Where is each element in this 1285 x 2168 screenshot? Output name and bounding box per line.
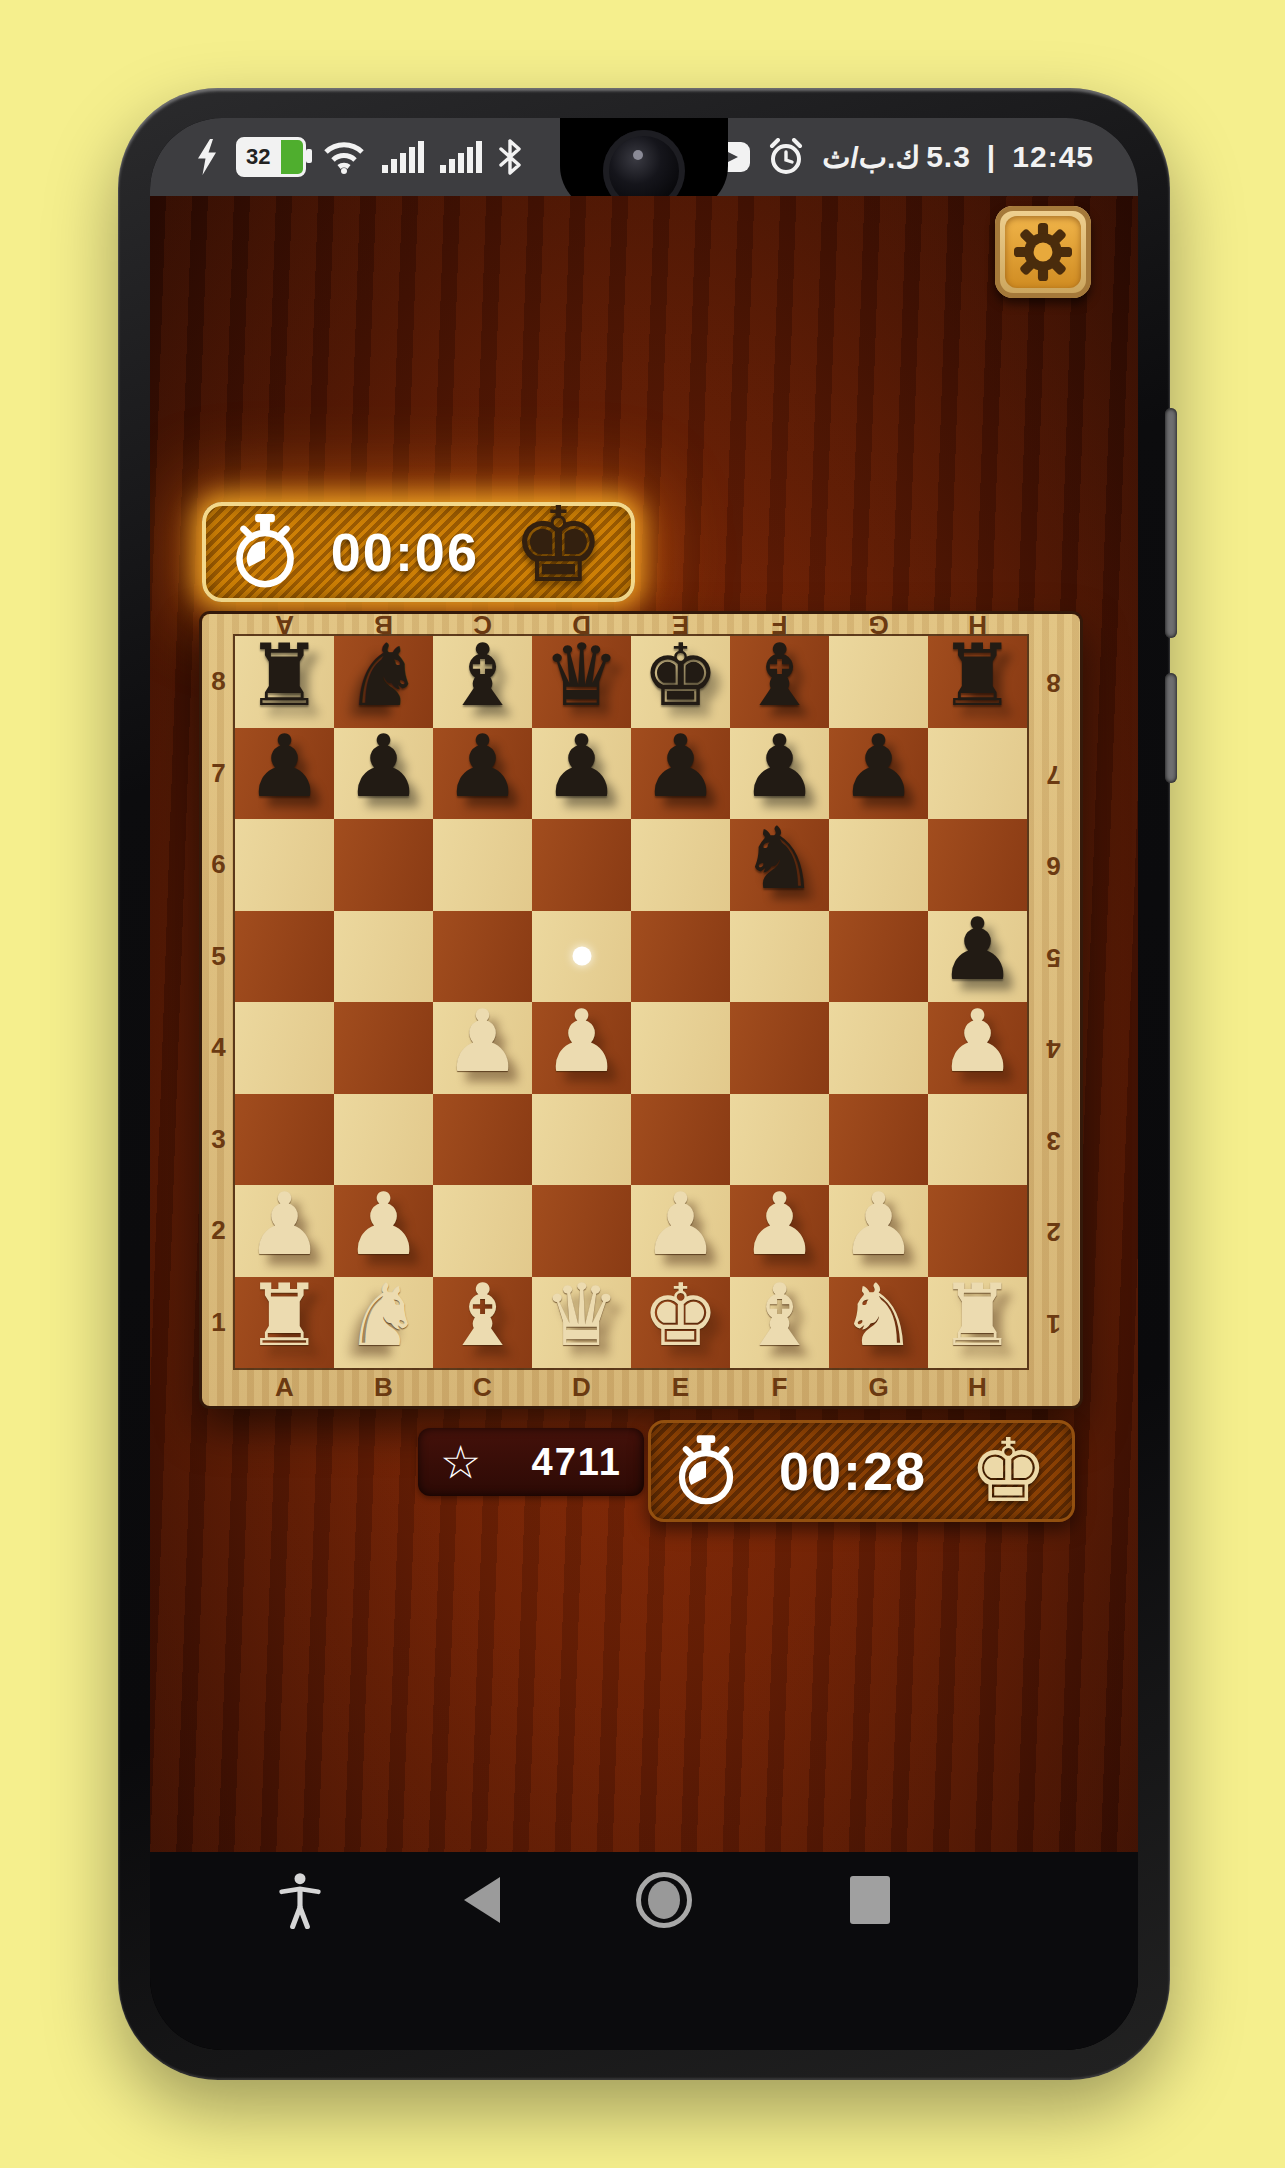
file-label-top-b: B	[334, 614, 433, 636]
rank-label-5: 5	[202, 911, 235, 1003]
board-files-bottom: ABCDEFGH	[235, 1368, 1027, 1406]
black-pawn: ♟	[433, 723, 532, 809]
phone-screen: 32	[150, 118, 1138, 2050]
white-rook: ♜	[928, 1272, 1027, 1358]
rank-label-right-3: 3	[1027, 1094, 1080, 1186]
white-pawn: ♟	[433, 998, 532, 1084]
square-c8[interactable]: ♝	[433, 636, 532, 728]
square-a8[interactable]: ♜	[235, 636, 334, 728]
square-b6[interactable]	[334, 819, 433, 911]
square-h8[interactable]: ♜	[928, 636, 1027, 728]
signal-sim2-icon	[440, 141, 482, 173]
file-label-d: D	[532, 1368, 631, 1406]
square-e2[interactable]: ♟	[631, 1185, 730, 1277]
move-hint-dot	[572, 947, 591, 966]
square-e7[interactable]: ♟	[631, 728, 730, 820]
black-pawn: ♟	[829, 723, 928, 809]
white-knight: ♞	[829, 1272, 928, 1358]
square-c2[interactable]	[433, 1185, 532, 1277]
player-clock-time: 00:28	[779, 1440, 927, 1502]
rank-label-right-1: 1	[1027, 1277, 1080, 1369]
rank-label-6: 6	[202, 819, 235, 911]
star-icon: ☆	[440, 1439, 481, 1485]
square-f2[interactable]: ♟	[730, 1185, 829, 1277]
android-nav-bar	[150, 1852, 1138, 2050]
square-c6[interactable]	[433, 819, 532, 911]
rank-label-right-5: 5	[1027, 911, 1080, 1003]
board-files-top: ABCDEFGH	[235, 614, 1027, 636]
file-label-h: H	[928, 1368, 1027, 1406]
file-label-f: F	[730, 1368, 829, 1406]
file-label-top-f: F	[730, 614, 829, 636]
status-time: 12:45	[1012, 140, 1094, 174]
white-pawn: ♟	[235, 1181, 334, 1267]
square-a7[interactable]: ♟	[235, 728, 334, 820]
file-label-top-g: G	[829, 614, 928, 636]
file-label-top-e: E	[631, 614, 730, 636]
square-c4[interactable]: ♟	[433, 1002, 532, 1094]
square-d1[interactable]: ♛	[532, 1277, 631, 1369]
square-a3[interactable]	[235, 1094, 334, 1186]
stopwatch-icon	[675, 1435, 737, 1507]
square-h4[interactable]: ♟	[928, 1002, 1027, 1094]
file-label-top-d: D	[532, 614, 631, 636]
stopwatch-icon	[232, 514, 298, 590]
square-h2[interactable]	[928, 1185, 1027, 1277]
network-speed-value: 5.3	[926, 140, 971, 174]
square-b2[interactable]: ♟	[334, 1185, 433, 1277]
rank-label-8: 8	[202, 636, 235, 728]
square-b8[interactable]: ♞	[334, 636, 433, 728]
rank-label-2: 2	[202, 1185, 235, 1277]
square-c7[interactable]: ♟	[433, 728, 532, 820]
square-h1[interactable]: ♜	[928, 1277, 1027, 1369]
file-label-e: E	[631, 1368, 730, 1406]
network-speed-label: ك.ب/ث	[822, 140, 920, 175]
battery-level-fill	[281, 140, 303, 174]
square-e3[interactable]	[631, 1094, 730, 1186]
file-label-top-h: H	[928, 614, 1027, 636]
white-bishop: ♝	[730, 1272, 829, 1358]
rank-label-right-6: 6	[1027, 819, 1080, 911]
white-king-badge-icon: ♚	[969, 1427, 1048, 1515]
black-bishop: ♝	[433, 632, 532, 718]
square-e1[interactable]: ♚	[631, 1277, 730, 1369]
square-a5[interactable]	[235, 911, 334, 1003]
square-a2[interactable]: ♟	[235, 1185, 334, 1277]
accessibility-button[interactable]	[268, 1852, 332, 1948]
square-a6[interactable]	[235, 819, 334, 911]
white-king: ♚	[631, 1272, 730, 1358]
square-f8[interactable]: ♝	[730, 636, 829, 728]
score-value: 4711	[532, 1441, 622, 1484]
square-h6[interactable]	[928, 819, 1027, 911]
rank-label-right-2: 2	[1027, 1185, 1080, 1277]
white-pawn: ♟	[334, 1181, 433, 1267]
square-f3[interactable]	[730, 1094, 829, 1186]
file-label-top-c: C	[433, 614, 532, 636]
black-knight: ♞	[730, 815, 829, 901]
square-e8[interactable]: ♚	[631, 636, 730, 728]
square-d3[interactable]	[532, 1094, 631, 1186]
square-b3[interactable]	[334, 1094, 433, 1186]
black-queen: ♛	[532, 632, 631, 718]
accessibility-person-icon	[278, 1871, 322, 1929]
board-ranks-right: 87654321	[1027, 636, 1080, 1368]
phone-frame: 32	[118, 88, 1170, 2080]
battery-percent: 32	[239, 144, 270, 170]
square-d2[interactable]	[532, 1185, 631, 1277]
camera-glint	[633, 150, 643, 160]
square-g7[interactable]: ♟	[829, 728, 928, 820]
black-pawn: ♟	[631, 723, 730, 809]
square-f5[interactable]	[730, 911, 829, 1003]
recents-square-icon	[850, 1876, 890, 1924]
square-e5[interactable]	[631, 911, 730, 1003]
battery-icon: 32	[236, 137, 306, 177]
white-queen: ♛	[532, 1272, 631, 1358]
white-pawn: ♟	[730, 1181, 829, 1267]
settings-button[interactable]	[995, 206, 1091, 298]
square-e4[interactable]	[631, 1002, 730, 1094]
square-b4[interactable]	[334, 1002, 433, 1094]
gear-icon	[1014, 223, 1072, 281]
opponent-clock-black: 00:06 ♚	[202, 502, 635, 602]
white-pawn: ♟	[532, 998, 631, 1084]
screenshot-canvas: 32	[0, 0, 1285, 2168]
volume-button[interactable]	[1165, 408, 1177, 638]
square-a4[interactable]	[235, 1002, 334, 1094]
white-pawn: ♟	[928, 998, 1027, 1084]
square-a1[interactable]: ♜	[235, 1277, 334, 1369]
square-b1[interactable]: ♞	[334, 1277, 433, 1369]
black-knight: ♞	[334, 632, 433, 718]
square-d5[interactable]	[532, 911, 631, 1003]
recents-button[interactable]	[838, 1852, 902, 1948]
square-g2[interactable]: ♟	[829, 1185, 928, 1277]
square-d6[interactable]	[532, 819, 631, 911]
square-d8[interactable]: ♛	[532, 636, 631, 728]
home-button[interactable]	[632, 1852, 696, 1948]
square-g4[interactable]	[829, 1002, 928, 1094]
settings-button-face	[1005, 216, 1081, 288]
square-g8[interactable]	[829, 636, 928, 728]
opponent-clock-time: 00:06	[331, 521, 479, 583]
battery-nub	[306, 149, 312, 163]
home-oval	[648, 1881, 680, 1919]
file-label-b: B	[334, 1368, 433, 1406]
power-button[interactable]	[1165, 673, 1177, 783]
home-circle-icon	[636, 1872, 692, 1928]
score-panel: ☆ 4711	[418, 1428, 644, 1496]
square-f7[interactable]: ♟	[730, 728, 829, 820]
black-pawn: ♟	[334, 723, 433, 809]
square-c5[interactable]	[433, 911, 532, 1003]
black-bishop: ♝	[730, 632, 829, 718]
signal-sim1-icon	[382, 141, 424, 173]
square-d7[interactable]: ♟	[532, 728, 631, 820]
file-label-c: C	[433, 1368, 532, 1406]
player-clock-white: 00:28 ♚	[648, 1420, 1075, 1522]
square-b7[interactable]: ♟	[334, 728, 433, 820]
alarm-clock-icon	[766, 138, 806, 176]
square-c1[interactable]: ♝	[433, 1277, 532, 1369]
black-rook: ♜	[928, 632, 1027, 718]
black-pawn: ♟	[532, 723, 631, 809]
rank-label-3: 3	[202, 1094, 235, 1186]
status-left-group: 32	[194, 137, 522, 177]
square-g3[interactable]	[829, 1094, 928, 1186]
board-ranks-left: 87654321	[202, 636, 235, 1368]
rank-label-right-8: 8	[1027, 636, 1080, 728]
file-label-top-a: A	[235, 614, 334, 636]
file-label-g: G	[829, 1368, 928, 1406]
charging-bolt-icon	[194, 139, 220, 175]
rank-label-7: 7	[202, 728, 235, 820]
black-pawn: ♟	[730, 723, 829, 809]
black-king: ♚	[631, 632, 730, 718]
square-b5[interactable]	[334, 911, 433, 1003]
black-pawn: ♟	[928, 906, 1027, 992]
rank-label-1: 1	[202, 1277, 235, 1369]
black-king-badge-icon: ♚	[512, 493, 605, 597]
square-g1[interactable]: ♞	[829, 1277, 928, 1369]
black-rook: ♜	[235, 632, 334, 718]
square-h5[interactable]: ♟	[928, 911, 1027, 1003]
square-g5[interactable]	[829, 911, 928, 1003]
square-c3[interactable]	[433, 1094, 532, 1186]
square-d4[interactable]: ♟	[532, 1002, 631, 1094]
chess-app-background: 00:06 ♚ ABCDEFGH ABCDEFGH 87654321 87654…	[150, 196, 1138, 1852]
square-h7[interactable]	[928, 728, 1027, 820]
square-f4[interactable]	[730, 1002, 829, 1094]
white-pawn: ♟	[829, 1181, 928, 1267]
back-button[interactable]	[450, 1852, 514, 1948]
square-f1[interactable]: ♝	[730, 1277, 829, 1369]
rank-label-4: 4	[202, 1002, 235, 1094]
rank-label-right-4: 4	[1027, 1002, 1080, 1094]
rank-label-right-7: 7	[1027, 728, 1080, 820]
square-g6[interactable]	[829, 819, 928, 911]
wifi-icon	[322, 140, 366, 174]
chess-board: ABCDEFGH ABCDEFGH 87654321 87654321 ♜♞♝♛…	[202, 614, 1080, 1406]
white-rook: ♜	[235, 1272, 334, 1358]
black-pawn: ♟	[235, 723, 334, 809]
status-separator: |	[987, 140, 996, 174]
white-pawn: ♟	[631, 1181, 730, 1267]
back-triangle-icon	[464, 1877, 500, 1923]
white-knight: ♞	[334, 1272, 433, 1358]
white-bishop: ♝	[433, 1272, 532, 1358]
square-h3[interactable]	[928, 1094, 1027, 1186]
square-e6[interactable]	[631, 819, 730, 911]
square-f6[interactable]: ♞	[730, 819, 829, 911]
file-label-a: A	[235, 1368, 334, 1406]
bluetooth-icon	[498, 139, 522, 175]
board-grid: ♜♞♝♛♚♝♜♟♟♟♟♟♟♟♞♟♟♟♟♟♟♟♟♟♜♞♝♛♚♝♞♜	[235, 636, 1027, 1368]
